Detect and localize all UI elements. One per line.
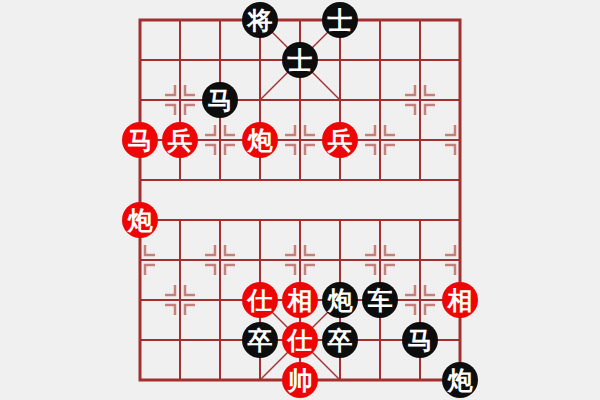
piece-red-general[interactable]: 帅	[282, 362, 318, 398]
piece-black-chariot[interactable]: 车	[362, 282, 398, 318]
piece-black-horse[interactable]: 马	[402, 322, 438, 358]
piece-red-horse[interactable]: 马	[122, 122, 158, 158]
pieces-layer: 将士士马马兵炮兵炮仕相炮车相卒仕卒马帅炮	[120, 0, 480, 400]
piece-black-horse[interactable]: 马	[202, 82, 238, 118]
piece-black-general[interactable]: 将	[242, 2, 278, 38]
piece-black-soldier[interactable]: 卒	[242, 322, 278, 358]
piece-black-advisor[interactable]: 士	[322, 2, 358, 38]
piece-black-cannon[interactable]: 炮	[322, 282, 358, 318]
piece-black-advisor[interactable]: 士	[282, 42, 318, 78]
xiangqi-board-screen: 将士士马马兵炮兵炮仕相炮车相卒仕卒马帅炮	[0, 0, 600, 400]
piece-red-cannon[interactable]: 炮	[122, 202, 158, 238]
piece-red-elephant[interactable]: 相	[282, 282, 318, 318]
piece-red-soldier[interactable]: 兵	[162, 122, 198, 158]
piece-black-cannon[interactable]: 炮	[442, 362, 478, 398]
piece-black-soldier[interactable]: 卒	[322, 322, 358, 358]
piece-red-advisor[interactable]: 仕	[282, 322, 318, 358]
piece-red-cannon[interactable]: 炮	[242, 122, 278, 158]
piece-red-elephant[interactable]: 相	[442, 282, 478, 318]
piece-red-soldier[interactable]: 兵	[322, 122, 358, 158]
piece-red-advisor[interactable]: 仕	[242, 282, 278, 318]
